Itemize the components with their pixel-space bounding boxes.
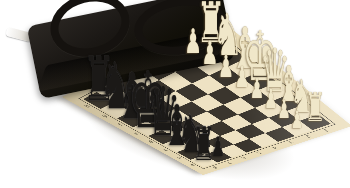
rank-label: 4 <box>271 146 278 150</box>
product-photo-scene: hgfedcba12345678 ♜♞♝♚♛♝♞♜♟♟♟♟♟♟♟♟♟♟♟♟♟♟♟… <box>0 0 350 188</box>
rank-label: 5 <box>255 151 262 155</box>
carry-bag <box>6 0 244 98</box>
rank-label: 7 <box>225 161 232 164</box>
rank-label: 6 <box>240 156 247 159</box>
rank-label: 1 <box>322 128 329 132</box>
rank-label: 8 <box>211 166 218 169</box>
rank-label: 2 <box>304 134 311 138</box>
rank-label: 3 <box>287 140 294 144</box>
